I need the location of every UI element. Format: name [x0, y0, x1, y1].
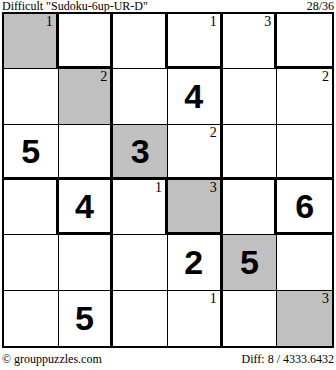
corner-mark: 3: [322, 291, 329, 306]
cell-r3c2[interactable]: [59, 125, 114, 180]
corner-mark: 2: [100, 69, 107, 84]
difficulty-text: Diff: 8 / 4333.6432: [242, 351, 334, 367]
cell-r1c1[interactable]: 1: [4, 14, 59, 69]
cell-r4c5[interactable]: [223, 180, 278, 235]
cell-r4c4[interactable]: 3: [168, 180, 223, 235]
cell-r1c6[interactable]: [277, 14, 332, 69]
copyright-text: © grouppuzzles.com: [2, 352, 102, 366]
corner-mark: 3: [210, 180, 217, 195]
cell-r6c1[interactable]: [4, 291, 59, 346]
cell-r6c2[interactable]: 5: [59, 291, 114, 346]
cell-r2c3[interactable]: [113, 69, 168, 124]
cell-r2c4[interactable]: 4: [168, 69, 223, 124]
cell-r6c4[interactable]: 1: [168, 291, 223, 346]
cell-value: 4: [184, 79, 203, 113]
header: Difficult "Sudoku-6up-UR-D" 28/36: [2, 0, 334, 12]
cell-value: 2: [184, 245, 203, 279]
cell-r2c1[interactable]: [4, 69, 59, 124]
cell-r3c4[interactable]: 2: [168, 125, 223, 180]
cell-value: 6: [295, 189, 314, 223]
cell-r1c2[interactable]: [59, 14, 114, 69]
cell-value: 3: [131, 134, 150, 168]
cell-r6c3[interactable]: [113, 291, 168, 346]
cell-value: 5: [21, 134, 40, 168]
corner-mark: 1: [155, 180, 162, 195]
cell-r1c5[interactable]: 3: [223, 14, 278, 69]
corner-mark: 3: [264, 14, 271, 29]
cell-r2c2[interactable]: 2: [59, 69, 114, 124]
cell-r1c3[interactable]: [113, 14, 168, 69]
cell-r4c6[interactable]: 6: [277, 180, 332, 235]
cell-r6c5[interactable]: [223, 291, 278, 346]
cell-r4c1[interactable]: [4, 180, 59, 235]
footer: © grouppuzzles.com Diff: 8 / 4333.6432: [2, 351, 334, 369]
cell-value: 4: [75, 189, 94, 223]
cell-r6c6[interactable]: 3: [277, 291, 332, 346]
cell-value: 5: [75, 301, 94, 335]
puzzle-counter: 28/36: [307, 0, 334, 12]
cell-r5c1[interactable]: [4, 235, 59, 290]
board: 113242532413625513: [2, 12, 334, 348]
cell-r4c3[interactable]: 1: [113, 180, 168, 235]
corner-mark: 2: [210, 125, 217, 140]
cell-r3c5[interactable]: [223, 125, 278, 180]
cell-value: 5: [240, 245, 259, 279]
corner-mark: 1: [210, 14, 217, 29]
cell-r3c3[interactable]: 3: [113, 125, 168, 180]
cell-r5c5[interactable]: 5: [223, 235, 278, 290]
cell-r4c2[interactable]: 4: [59, 180, 114, 235]
cell-r5c3[interactable]: [113, 235, 168, 290]
corner-mark: 2: [322, 69, 329, 84]
corner-mark: 1: [210, 291, 217, 306]
cell-r2c6[interactable]: 2: [277, 69, 332, 124]
cell-r5c4[interactable]: 2: [168, 235, 223, 290]
corner-mark: 1: [46, 14, 53, 29]
cell-r3c6[interactable]: [277, 125, 332, 180]
cell-r2c5[interactable]: [223, 69, 278, 124]
cell-r5c6[interactable]: [277, 235, 332, 290]
cell-r5c2[interactable]: [59, 235, 114, 290]
cell-r3c1[interactable]: 5: [4, 125, 59, 180]
cell-r1c4[interactable]: 1: [168, 14, 223, 69]
